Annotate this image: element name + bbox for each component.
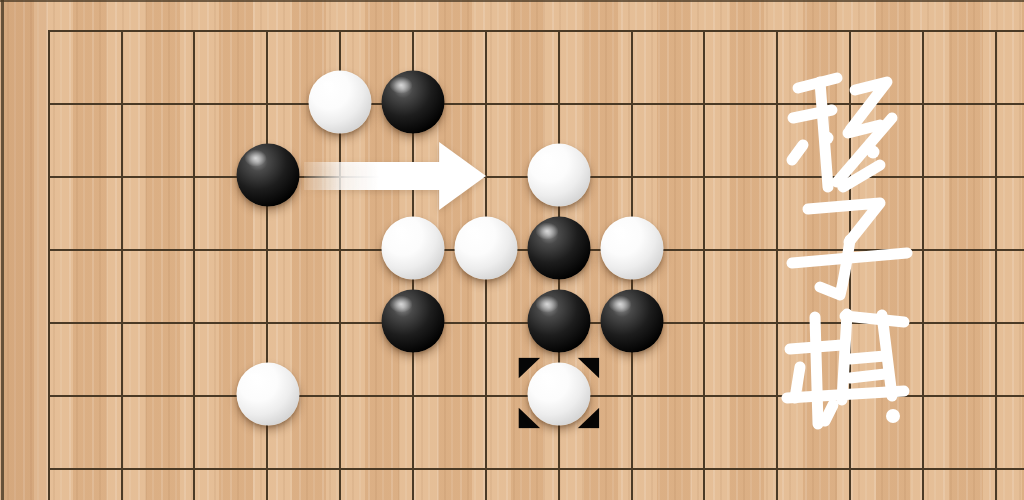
stone-white[interactable]: [382, 217, 445, 280]
stone-white-selected[interactable]: [527, 363, 590, 426]
stone-white[interactable]: [600, 217, 663, 280]
grid-cell: [703, 30, 776, 103]
grid-cell: [631, 103, 704, 176]
grid-cell: [339, 395, 412, 468]
stone-black[interactable]: [236, 144, 299, 207]
title-char-yi-icon: [786, 60, 908, 192]
stone-black[interactable]: [600, 290, 663, 353]
stone-white[interactable]: [455, 217, 518, 280]
title-char-zi-icon: [788, 196, 910, 310]
grid-cell: [776, 468, 849, 500]
grid-cell: [922, 468, 995, 500]
grid-cell: [193, 468, 266, 500]
grid-cell: [922, 249, 995, 322]
grid-cell: [995, 468, 1024, 500]
grid-cell: [558, 468, 631, 500]
board-left-edge-line: [1, 0, 4, 500]
grid-cell: [922, 30, 995, 103]
grid-cell: [121, 322, 194, 395]
grid-cell: [412, 395, 485, 468]
title-char-qi-icon: [783, 308, 911, 434]
move-arrow-shaft: [304, 162, 442, 190]
grid-cell: [48, 176, 121, 249]
stone-black[interactable]: [527, 217, 590, 280]
grid-cell: [703, 322, 776, 395]
grid-cell: [703, 103, 776, 176]
grid-cell: [121, 176, 194, 249]
grid-cell: [412, 468, 485, 500]
grid-cell: [48, 103, 121, 176]
app-banner: [0, 0, 1024, 500]
stone-white[interactable]: [309, 71, 372, 134]
grid-cell: [631, 468, 704, 500]
grid-cell: [48, 395, 121, 468]
grid-cell: [266, 468, 339, 500]
grid-cell: [193, 249, 266, 322]
grid-cell: [631, 30, 704, 103]
board-left-edge-strip: [0, 0, 47, 500]
grid-cell: [121, 468, 194, 500]
grid-cell: [922, 395, 995, 468]
grid-cell: [922, 322, 995, 395]
grid-cell: [995, 103, 1024, 176]
grid-cell: [121, 30, 194, 103]
grid-cell: [485, 468, 558, 500]
game-title: [783, 57, 917, 439]
grid-cell: [48, 468, 121, 500]
grid-cell: [995, 176, 1024, 249]
grid-cell: [703, 249, 776, 322]
stone-white[interactable]: [236, 363, 299, 426]
grid-cell: [703, 468, 776, 500]
grid-cell: [485, 30, 558, 103]
grid-cell: [631, 395, 704, 468]
stone-white[interactable]: [527, 144, 590, 207]
grid-cell: [121, 395, 194, 468]
grid-cell: [266, 249, 339, 322]
grid-cell: [48, 322, 121, 395]
grid-cell: [995, 30, 1024, 103]
stone-black[interactable]: [382, 71, 445, 134]
grid-cell: [121, 103, 194, 176]
grid-cell: [703, 176, 776, 249]
grid-cell: [339, 468, 412, 500]
stone-black[interactable]: [527, 290, 590, 353]
grid-cell: [193, 30, 266, 103]
grid-cell: [922, 103, 995, 176]
grid-cell: [121, 249, 194, 322]
grid-cell: [995, 322, 1024, 395]
grid-cell: [558, 30, 631, 103]
grid-cell: [849, 468, 922, 500]
grid-cell: [995, 395, 1024, 468]
grid-cell: [48, 30, 121, 103]
board-top-edge-line: [0, 0, 1024, 2]
grid-cell: [922, 176, 995, 249]
stone-black[interactable]: [382, 290, 445, 353]
grid-cell: [48, 249, 121, 322]
grid-cell: [703, 395, 776, 468]
grid-cell: [995, 249, 1024, 322]
